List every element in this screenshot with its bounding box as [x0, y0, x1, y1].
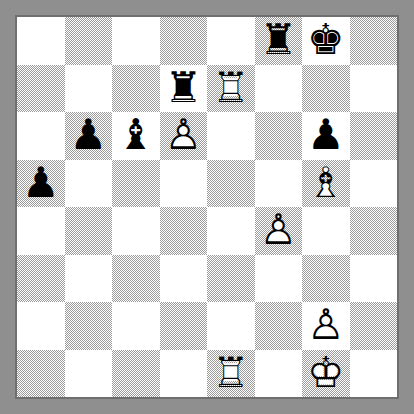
- piece-white-rook-e7[interactable]: ♜♖: [207, 65, 255, 113]
- piece-glyph: ♜: [259, 17, 297, 64]
- square-b4[interactable]: [65, 207, 113, 255]
- square-a6[interactable]: [17, 112, 65, 160]
- square-h4[interactable]: [350, 207, 398, 255]
- square-e2[interactable]: [207, 302, 255, 350]
- square-b1[interactable]: [65, 350, 113, 398]
- square-g2[interactable]: ♟♙: [302, 302, 350, 350]
- square-e8[interactable]: [207, 17, 255, 65]
- piece-glyph: ♟: [22, 160, 60, 207]
- square-g4[interactable]: [302, 207, 350, 255]
- chessboard-frame: ♜♚♜♜♖♟♝♟♙♟♟♝♗♟♙♟♙♜♖♚♔: [0, 0, 414, 414]
- square-e5[interactable]: [207, 160, 255, 208]
- square-f6[interactable]: [255, 112, 303, 160]
- square-h6[interactable]: [350, 112, 398, 160]
- square-a1[interactable]: [17, 350, 65, 398]
- square-f1[interactable]: [255, 350, 303, 398]
- square-b3[interactable]: [65, 255, 113, 303]
- square-c6[interactable]: ♝: [112, 112, 160, 160]
- square-b8[interactable]: [65, 17, 113, 65]
- square-a4[interactable]: [17, 207, 65, 255]
- square-d6[interactable]: ♟♙: [160, 112, 208, 160]
- piece-black-rook-f8[interactable]: ♜: [255, 17, 303, 65]
- piece-outline: ♔: [307, 350, 345, 397]
- piece-black-pawn-a5[interactable]: ♟: [17, 160, 65, 208]
- square-e6[interactable]: [207, 112, 255, 160]
- piece-black-king-g8[interactable]: ♚: [302, 17, 350, 65]
- square-g7[interactable]: [302, 65, 350, 113]
- piece-glyph: ♟: [307, 112, 345, 159]
- square-g8[interactable]: ♚: [302, 17, 350, 65]
- piece-white-king-g1[interactable]: ♚♔: [302, 350, 350, 398]
- square-c5[interactable]: [112, 160, 160, 208]
- square-d5[interactable]: [160, 160, 208, 208]
- square-b2[interactable]: [65, 302, 113, 350]
- square-a5[interactable]: ♟: [17, 160, 65, 208]
- square-h2[interactable]: [350, 302, 398, 350]
- square-g1[interactable]: ♚♔: [302, 350, 350, 398]
- piece-black-pawn-b6[interactable]: ♟: [65, 112, 113, 160]
- square-e7[interactable]: ♜♖: [207, 65, 255, 113]
- piece-white-pawn-g2[interactable]: ♟♙: [302, 302, 350, 350]
- square-g3[interactable]: [302, 255, 350, 303]
- square-f5[interactable]: [255, 160, 303, 208]
- piece-black-rook-d7[interactable]: ♜: [160, 65, 208, 113]
- piece-white-pawn-f4[interactable]: ♟♙: [255, 207, 303, 255]
- square-f2[interactable]: [255, 302, 303, 350]
- square-e4[interactable]: [207, 207, 255, 255]
- square-d1[interactable]: [160, 350, 208, 398]
- square-d4[interactable]: [160, 207, 208, 255]
- square-c4[interactable]: [112, 207, 160, 255]
- square-c2[interactable]: [112, 302, 160, 350]
- square-h5[interactable]: [350, 160, 398, 208]
- piece-glyph: ♚: [307, 17, 345, 64]
- square-e3[interactable]: [207, 255, 255, 303]
- square-h7[interactable]: [350, 65, 398, 113]
- square-a2[interactable]: [17, 302, 65, 350]
- square-g6[interactable]: ♟: [302, 112, 350, 160]
- square-g5[interactable]: ♝♗: [302, 160, 350, 208]
- piece-outline: ♙: [259, 207, 297, 254]
- piece-outline: ♖: [212, 65, 250, 112]
- square-b6[interactable]: ♟: [65, 112, 113, 160]
- square-a3[interactable]: [17, 255, 65, 303]
- square-h8[interactable]: [350, 17, 398, 65]
- square-d2[interactable]: [160, 302, 208, 350]
- square-f3[interactable]: [255, 255, 303, 303]
- square-h1[interactable]: [350, 350, 398, 398]
- piece-black-pawn-g6[interactable]: ♟: [302, 112, 350, 160]
- square-b5[interactable]: [65, 160, 113, 208]
- square-a7[interactable]: [17, 65, 65, 113]
- square-e1[interactable]: ♜♖: [207, 350, 255, 398]
- square-c7[interactable]: [112, 65, 160, 113]
- chessboard: ♜♚♜♜♖♟♝♟♙♟♟♝♗♟♙♟♙♜♖♚♔: [15, 15, 399, 399]
- square-d8[interactable]: [160, 17, 208, 65]
- square-d7[interactable]: ♜: [160, 65, 208, 113]
- piece-outline: ♙: [164, 112, 202, 159]
- square-h3[interactable]: [350, 255, 398, 303]
- piece-white-pawn-d6[interactable]: ♟♙: [160, 112, 208, 160]
- square-f8[interactable]: ♜: [255, 17, 303, 65]
- square-c8[interactable]: [112, 17, 160, 65]
- square-b7[interactable]: [65, 65, 113, 113]
- square-a8[interactable]: [17, 17, 65, 65]
- piece-outline: ♗: [307, 160, 345, 207]
- square-c1[interactable]: [112, 350, 160, 398]
- piece-outline: ♙: [307, 302, 345, 349]
- piece-glyph: ♟: [69, 112, 107, 159]
- piece-white-bishop-g5[interactable]: ♝♗: [302, 160, 350, 208]
- square-f4[interactable]: ♟♙: [255, 207, 303, 255]
- square-c3[interactable]: [112, 255, 160, 303]
- piece-glyph: ♜: [164, 65, 202, 112]
- piece-glyph: ♝: [117, 112, 155, 159]
- piece-black-bishop-c6[interactable]: ♝: [112, 112, 160, 160]
- square-f7[interactable]: [255, 65, 303, 113]
- piece-outline: ♖: [212, 350, 250, 397]
- piece-white-rook-e1[interactable]: ♜♖: [207, 350, 255, 398]
- square-d3[interactable]: [160, 255, 208, 303]
